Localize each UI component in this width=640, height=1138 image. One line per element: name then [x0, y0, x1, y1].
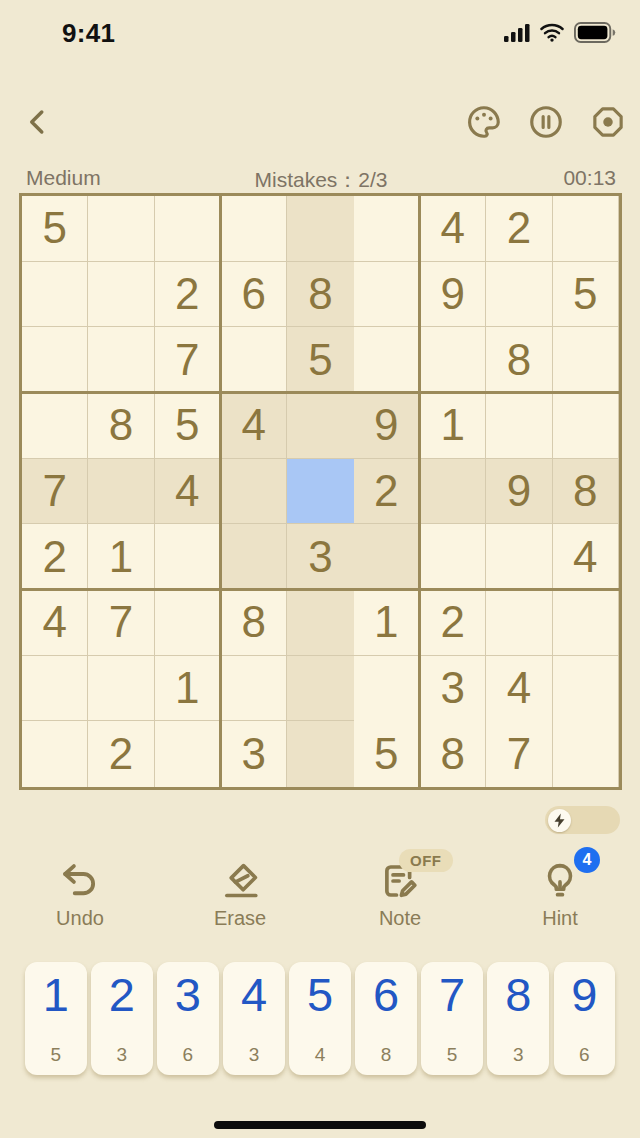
note-label: Note — [379, 907, 421, 930]
cell-r8c6[interactable] — [354, 656, 420, 722]
cell-r6c1[interactable]: 2 — [22, 524, 88, 590]
toggle-knob — [548, 809, 571, 832]
cell-r4c6[interactable]: 9 — [354, 393, 420, 459]
wifi-icon — [539, 23, 565, 42]
theme-button[interactable] — [464, 100, 504, 144]
cell-r1c7[interactable]: 4 — [420, 196, 486, 262]
numpad-key-2[interactable]: 23 — [91, 962, 153, 1075]
cell-r6c7[interactable] — [420, 524, 486, 590]
cell-r3c4[interactable] — [221, 327, 287, 393]
cell-r1c4[interactable] — [221, 196, 287, 262]
key-remaining-count: 5 — [447, 1044, 458, 1066]
note-off-badge: OFF — [399, 849, 453, 872]
cell-r5c5[interactable] — [287, 459, 353, 525]
cell-r3c6[interactable] — [354, 327, 420, 393]
sudoku-board: 54226895758854917429821344781213423587 — [19, 193, 622, 790]
cell-r9c2[interactable]: 2 — [88, 721, 154, 787]
cell-r6c8[interactable] — [486, 524, 552, 590]
note-button[interactable]: OFF Note — [320, 856, 480, 930]
cell-r5c3[interactable]: 4 — [155, 459, 221, 525]
cell-r1c2[interactable] — [88, 196, 154, 262]
key-remaining-count: 6 — [579, 1044, 590, 1066]
key-digit: 3 — [175, 968, 201, 1022]
cell-r7c4[interactable]: 8 — [221, 590, 287, 656]
cell-r4c8[interactable] — [486, 393, 552, 459]
cell-r9c3[interactable] — [155, 721, 221, 787]
key-remaining-count: 5 — [50, 1044, 61, 1066]
key-remaining-count: 3 — [117, 1044, 128, 1066]
back-button[interactable] — [18, 100, 58, 144]
record-button[interactable] — [588, 100, 628, 144]
cell-r8c1[interactable] — [22, 656, 88, 722]
cell-r1c1[interactable]: 5 — [22, 196, 88, 262]
erase-button[interactable]: Erase — [160, 856, 320, 930]
cell-r4c7[interactable]: 1 — [420, 393, 486, 459]
key-digit: 1 — [43, 968, 69, 1022]
cell-r9c7[interactable]: 8 — [420, 721, 486, 787]
key-digit: 6 — [373, 968, 399, 1022]
cell-r7c6[interactable]: 1 — [354, 590, 420, 656]
cell-r6c3[interactable] — [155, 524, 221, 590]
palette-icon — [465, 103, 503, 141]
numpad-key-3[interactable]: 36 — [157, 962, 219, 1075]
pause-button[interactable] — [526, 100, 566, 144]
cell-r4c5[interactable] — [287, 393, 353, 459]
cell-r8c4[interactable] — [221, 656, 287, 722]
timer-label: 00:13 — [563, 166, 616, 190]
cell-r1c6[interactable] — [354, 196, 420, 262]
cell-r2c6[interactable] — [354, 262, 420, 328]
cell-r2c8[interactable] — [486, 262, 552, 328]
undo-button[interactable]: Undo — [0, 856, 160, 930]
key-digit: 7 — [439, 968, 465, 1022]
key-digit: 9 — [571, 968, 597, 1022]
cell-r5c9[interactable]: 8 — [553, 459, 619, 525]
cell-r4c1[interactable] — [22, 393, 88, 459]
cell-r8c8[interactable]: 4 — [486, 656, 552, 722]
battery-icon — [574, 22, 616, 43]
cell-r2c5[interactable]: 8 — [287, 262, 353, 328]
back-chevron-icon — [23, 103, 53, 141]
cell-r4c4[interactable]: 4 — [221, 393, 287, 459]
cell-r7c5[interactable] — [287, 590, 353, 656]
game-info-row: Medium Mistakes：2/3 00:13 — [26, 166, 616, 192]
pause-icon — [527, 103, 565, 141]
key-remaining-count: 4 — [315, 1044, 326, 1066]
cell-r7c8[interactable] — [486, 590, 552, 656]
cell-r3c1[interactable] — [22, 327, 88, 393]
cell-r4c2[interactable]: 8 — [88, 393, 154, 459]
cell-r6c2[interactable]: 1 — [88, 524, 154, 590]
cell-r5c4[interactable] — [221, 459, 287, 525]
hint-button[interactable]: 4 Hint — [480, 856, 640, 930]
status-bar: 9:41 — [0, 0, 640, 62]
cell-r5c2[interactable] — [88, 459, 154, 525]
cell-r7c3[interactable] — [155, 590, 221, 656]
key-remaining-count: 3 — [249, 1044, 260, 1066]
cell-r8c5[interactable] — [287, 656, 353, 722]
erase-label: Erase — [214, 907, 266, 930]
key-digit: 2 — [109, 968, 135, 1022]
cell-r8c2[interactable] — [88, 656, 154, 722]
cell-r9c8[interactable]: 7 — [486, 721, 552, 787]
cell-r3c8[interactable]: 8 — [486, 327, 552, 393]
numpad-key-8[interactable]: 83 — [487, 962, 549, 1075]
numpad-key-5[interactable]: 54 — [289, 962, 351, 1075]
eraser-icon — [219, 860, 261, 902]
cell-r9c1[interactable] — [22, 721, 88, 787]
cell-r9c4[interactable]: 3 — [221, 721, 287, 787]
cell-r7c2[interactable]: 7 — [88, 590, 154, 656]
cell-r4c9[interactable] — [553, 393, 619, 459]
cell-r7c1[interactable]: 4 — [22, 590, 88, 656]
key-remaining-count: 8 — [381, 1044, 392, 1066]
cell-r9c6[interactable]: 5 — [354, 721, 420, 787]
cell-r9c9[interactable] — [553, 721, 619, 787]
hint-label: Hint — [542, 907, 578, 930]
cell-r1c8[interactable]: 2 — [486, 196, 552, 262]
key-digit: 5 — [307, 968, 333, 1022]
undo-icon — [59, 860, 101, 902]
cell-r4c3[interactable]: 5 — [155, 393, 221, 459]
lightning-icon — [553, 813, 566, 828]
numpad-key-9[interactable]: 96 — [554, 962, 616, 1075]
cell-r3c3[interactable]: 7 — [155, 327, 221, 393]
numpad-key-4[interactable]: 43 — [223, 962, 285, 1075]
numpad-key-6[interactable]: 68 — [355, 962, 417, 1075]
cell-r1c9[interactable] — [553, 196, 619, 262]
cell-r2c3[interactable]: 2 — [155, 262, 221, 328]
home-indicator[interactable] — [214, 1121, 426, 1129]
nav-bar — [0, 96, 640, 148]
cell-r9c5[interactable] — [287, 721, 353, 787]
cell-r1c5[interactable] — [287, 196, 353, 262]
key-remaining-count: 3 — [513, 1044, 524, 1066]
cell-r3c7[interactable] — [420, 327, 486, 393]
mistakes-label: Mistakes：2/3 — [254, 166, 387, 194]
status-time: 9:41 — [62, 18, 115, 49]
cell-r7c7[interactable]: 2 — [420, 590, 486, 656]
cell-r5c7[interactable] — [420, 459, 486, 525]
difficulty-label: Medium — [26, 166, 101, 190]
fast-mode-toggle[interactable] — [545, 806, 620, 834]
cell-r1c3[interactable] — [155, 196, 221, 262]
cell-r3c5[interactable]: 5 — [287, 327, 353, 393]
key-remaining-count: 6 — [183, 1044, 194, 1066]
cell-r5c1[interactable]: 7 — [22, 459, 88, 525]
cell-r3c9[interactable] — [553, 327, 619, 393]
cell-r3c2[interactable] — [88, 327, 154, 393]
cell-r6c4[interactable] — [221, 524, 287, 590]
cell-r8c9[interactable] — [553, 656, 619, 722]
cell-r2c7[interactable]: 9 — [420, 262, 486, 328]
cell-r2c9[interactable]: 5 — [553, 262, 619, 328]
cell-r6c5[interactable]: 3 — [287, 524, 353, 590]
cell-r6c9[interactable]: 4 — [553, 524, 619, 590]
cell-r2c1[interactable] — [22, 262, 88, 328]
hint-count-badge: 4 — [574, 847, 600, 873]
undo-label: Undo — [56, 907, 104, 930]
number-pad: 152336435468758396 — [25, 962, 615, 1075]
cell-r8c7[interactable]: 3 — [420, 656, 486, 722]
numpad-key-7[interactable]: 75 — [421, 962, 483, 1075]
cell-r2c2[interactable] — [88, 262, 154, 328]
key-digit: 4 — [241, 968, 267, 1022]
cell-r2c4[interactable]: 6 — [221, 262, 287, 328]
cell-r8c3[interactable]: 1 — [155, 656, 221, 722]
cell-r6c6[interactable] — [354, 524, 420, 590]
key-digit: 8 — [505, 968, 531, 1022]
numpad-key-1[interactable]: 15 — [25, 962, 87, 1075]
cell-r5c6[interactable]: 2 — [354, 459, 420, 525]
record-octagon-icon — [589, 103, 627, 141]
signal-icon — [504, 24, 530, 42]
cell-r5c8[interactable]: 9 — [486, 459, 552, 525]
cell-r7c9[interactable] — [553, 590, 619, 656]
toolbar: Undo Erase OFF Note — [0, 856, 640, 930]
